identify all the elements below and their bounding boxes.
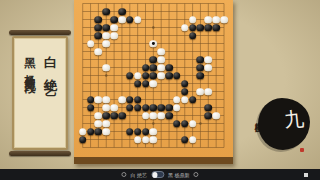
white-stone [189, 16, 197, 24]
black-stone [181, 80, 189, 88]
black-stone [150, 64, 158, 72]
black-stone [142, 72, 150, 80]
stop-button[interactable] [304, 173, 308, 177]
go-board[interactable] [74, 0, 233, 164]
black-stone [102, 8, 110, 16]
white-stone [173, 104, 181, 112]
white-stone [110, 104, 118, 112]
black-stone [118, 112, 126, 120]
black-stone [79, 136, 87, 144]
black-stone [205, 104, 213, 112]
white-stone [95, 48, 103, 56]
player-scroll: 白 绝艺 黑 杨鼎新九段 [12, 30, 68, 156]
black-stone [157, 104, 165, 112]
player-plaque: 白 绝艺 黑 杨鼎新九段 [12, 36, 68, 150]
black-stone [150, 72, 158, 80]
white-stone [102, 64, 110, 72]
black-stone [189, 96, 197, 104]
black-stone [87, 128, 95, 136]
white-stone [157, 48, 165, 56]
white-stone [181, 24, 189, 32]
stones-layer [74, 0, 233, 157]
last-move-marker [152, 42, 155, 45]
white-stone [102, 104, 110, 112]
white-stone [142, 136, 150, 144]
black-stone [197, 64, 205, 72]
white-player-icon[interactable] [121, 172, 126, 177]
white-stone [150, 40, 158, 48]
black-stone [134, 80, 142, 88]
black-stone [165, 64, 173, 72]
black-stone [165, 72, 173, 80]
black-stone [95, 32, 103, 40]
white-stone [197, 88, 205, 96]
white-stone [102, 40, 110, 48]
black-stone [95, 128, 103, 136]
black-stone [126, 16, 134, 24]
white-stone [173, 96, 181, 104]
white-stone [205, 88, 213, 96]
black-stone [87, 104, 95, 112]
black-stone [126, 96, 134, 104]
black-stone [87, 96, 95, 104]
black-stone [134, 128, 142, 136]
black-stone [173, 120, 181, 128]
black-stone [189, 32, 197, 40]
black-player-label: 黑 杨鼎新九段 [21, 48, 36, 75]
white-stone [118, 16, 126, 24]
black-stone [126, 104, 134, 112]
white-stone [205, 56, 213, 64]
white-stone [189, 120, 197, 128]
white-stone [157, 72, 165, 80]
white-stone [110, 24, 118, 32]
black-stone [142, 64, 150, 72]
logo-ink-circle: 九 [258, 98, 310, 150]
white-stone [189, 136, 197, 144]
black-stone [134, 96, 142, 104]
black-stone [197, 72, 205, 80]
black-stone [197, 56, 205, 64]
winrate-toggle[interactable] [151, 171, 164, 178]
bar-center-controls: 白 绝艺 黑 杨鼎新 [121, 169, 198, 180]
white-stone [134, 72, 142, 80]
white-stone [118, 96, 126, 104]
white-player-label: 白 绝艺 [41, 46, 59, 77]
white-stone [205, 64, 213, 72]
white-stone [142, 112, 150, 120]
black-stone [142, 80, 150, 88]
white-stone [157, 112, 165, 120]
page-background: 白 绝艺 黑 杨鼎新九段 围棋 九 白 绝艺 黑 杨鼎新 [0, 0, 320, 180]
black-stone [212, 24, 220, 32]
white-stone [102, 96, 110, 104]
bottom-control-bar: 白 绝艺 黑 杨鼎新 [0, 169, 320, 180]
black-stone [134, 104, 142, 112]
white-stone [134, 136, 142, 144]
white-stone [157, 64, 165, 72]
white-stone [102, 128, 110, 136]
black-stone [142, 104, 150, 112]
black-stone [142, 128, 150, 136]
black-stone [150, 56, 158, 64]
white-stone [220, 16, 228, 24]
black-stone [197, 24, 205, 32]
black-stone [165, 104, 173, 112]
black-stone [110, 16, 118, 24]
white-stone [134, 16, 142, 24]
black-stone [102, 112, 110, 120]
white-stone [79, 128, 87, 136]
logo-red-seal [300, 148, 304, 152]
black-stone [102, 24, 110, 32]
white-stone [157, 56, 165, 64]
broadcaster-logo: 围棋 九 [252, 92, 314, 158]
white-stone [181, 96, 189, 104]
white-stone [102, 32, 110, 40]
black-stone [126, 72, 134, 80]
white-stone [150, 128, 158, 136]
black-stone [181, 120, 189, 128]
black-player-icon[interactable] [194, 172, 199, 177]
scroll-roller-top [9, 30, 71, 35]
white-stone [150, 112, 158, 120]
scroll-roller-bottom [9, 151, 71, 156]
black-stone [150, 104, 158, 112]
black-stone [181, 88, 189, 96]
white-stone [95, 120, 103, 128]
black-stone [110, 112, 118, 120]
white-stone [150, 80, 158, 88]
white-stone [95, 112, 103, 120]
white-stone [150, 136, 158, 144]
black-stone [165, 112, 173, 120]
white-stone [212, 16, 220, 24]
toggle-knob [152, 172, 158, 178]
white-stone [110, 32, 118, 40]
black-stone [95, 16, 103, 24]
black-stone [205, 112, 213, 120]
black-stone [205, 24, 213, 32]
white-stone [102, 120, 110, 128]
bar-right-label: 黑 杨鼎新 [168, 172, 190, 178]
white-stone [87, 40, 95, 48]
white-stone [95, 96, 103, 104]
bar-left-label: 白 绝艺 [130, 172, 147, 178]
black-stone [118, 8, 126, 16]
black-stone [126, 128, 134, 136]
black-stone [181, 136, 189, 144]
black-stone [189, 24, 197, 32]
black-stone [95, 24, 103, 32]
logo-main-character: 九 [283, 105, 306, 134]
white-stone [212, 112, 220, 120]
white-stone [205, 16, 213, 24]
black-stone [173, 72, 181, 80]
